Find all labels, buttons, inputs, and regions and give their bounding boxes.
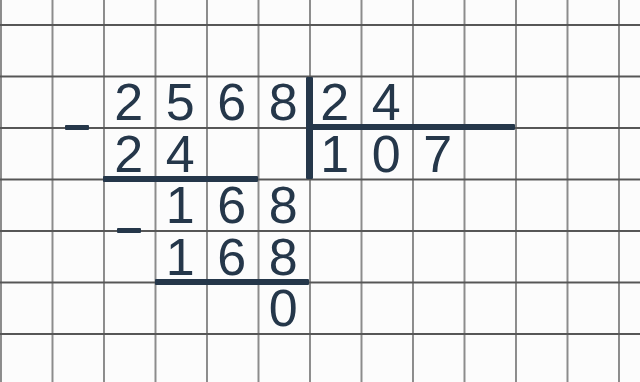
minus-sign-step1 (65, 125, 89, 131)
long-division-board: 256824241071681680 (0, 0, 640, 382)
dividend-digit-1: 2 (103, 77, 155, 129)
final-remainder-digit: 0 (258, 283, 310, 335)
step2-minuend-digit-1: 1 (155, 180, 207, 232)
step2-subtrahend-digit-2: 6 (206, 231, 258, 283)
step2-subtrahend-digit-1: 1 (155, 231, 207, 283)
dividend-digit-3: 6 (206, 77, 258, 129)
quotient-digit-3: 7 (412, 128, 464, 180)
divisor-digit-2: 4 (361, 77, 413, 129)
step1-subtrahend-digit-2: 4 (155, 128, 207, 180)
step2-subtrahend-digit-3: 8 (258, 231, 310, 283)
quotient-digit-2: 0 (361, 128, 413, 180)
step2-minuend-digit-3: 8 (258, 180, 310, 232)
dividend-digit-2: 5 (155, 77, 207, 129)
quotient-digit-1: 1 (309, 128, 361, 180)
dividend-digit-4: 8 (258, 77, 310, 129)
step1-subtrahend-digit-1: 2 (103, 128, 155, 180)
squared-paper-sheet: 2568 : 24 = 107 256824241071681680 (0, 0, 640, 382)
step1-subtraction-rule (103, 176, 258, 182)
quotient-rule (306, 124, 516, 130)
minus-sign-step2 (117, 228, 141, 234)
divisor-digit-1: 2 (309, 77, 361, 129)
step2-minuend-digit-2: 6 (206, 180, 258, 232)
step2-subtraction-rule (155, 279, 310, 285)
